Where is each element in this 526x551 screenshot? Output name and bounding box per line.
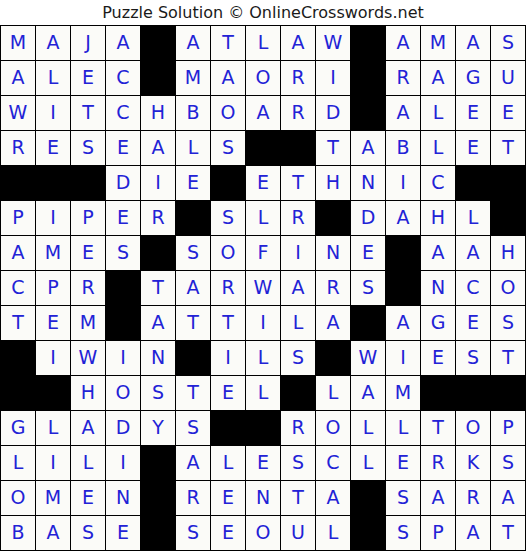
letter-cell-r15c2: A xyxy=(36,516,70,550)
letter-cell-r4c6: L xyxy=(176,131,210,165)
letter-cell-r6c5: R xyxy=(141,201,175,235)
letter-cell-r10c12: I xyxy=(386,341,420,375)
puzzle-solution-page: Puzzle Solution © OnlineCrosswords.net M… xyxy=(0,0,526,551)
letter-cell-r12c15: P xyxy=(491,411,525,445)
letter-cell-r2c1: A xyxy=(1,61,35,95)
letter-cell-r2c7: A xyxy=(211,61,245,95)
letter-cell-r11c4: O xyxy=(106,376,140,410)
letter-cell-r13c8: E xyxy=(246,446,280,480)
letter-cell-r10c8: L xyxy=(246,341,280,375)
letter-cell-r8c8: W xyxy=(246,271,280,305)
block-cell-r12c7 xyxy=(211,411,245,445)
letter-cell-r1c15: S xyxy=(491,26,525,60)
letter-cell-r7c13: A xyxy=(421,236,455,270)
letter-cell-r13c12: E xyxy=(386,446,420,480)
letter-cell-r9c12: A xyxy=(386,306,420,340)
letter-cell-r5c5: I xyxy=(141,166,175,200)
letter-cell-r8c1: C xyxy=(1,271,35,305)
letter-cell-r2c12: R xyxy=(386,61,420,95)
letter-cell-r11c6: T xyxy=(176,376,210,410)
block-cell-r2c5 xyxy=(141,61,175,95)
block-cell-r11c2 xyxy=(36,376,70,410)
letter-cell-r4c14: E xyxy=(456,131,490,165)
letter-cell-r3c7: O xyxy=(211,96,245,130)
letter-cell-r1c14: A xyxy=(456,26,490,60)
letter-cell-r4c11: A xyxy=(351,131,385,165)
letter-cell-r10c9: S xyxy=(281,341,315,375)
letter-cell-r7c4: S xyxy=(106,236,140,270)
letter-cell-r14c8: N xyxy=(246,481,280,515)
letter-cell-r10c7: I xyxy=(211,341,245,375)
block-cell-r5c1 xyxy=(1,166,35,200)
letter-cell-r1c1: M xyxy=(1,26,35,60)
letter-cell-r8c14: C xyxy=(456,271,490,305)
letter-cell-r1c6: A xyxy=(176,26,210,60)
letter-cell-r2c2: L xyxy=(36,61,70,95)
letter-cell-r7c11: E xyxy=(351,236,385,270)
letter-cell-r13c11: L xyxy=(351,446,385,480)
letter-cell-r8c10: R xyxy=(316,271,350,305)
block-cell-r10c6 xyxy=(176,341,210,375)
letter-cell-r8c6: A xyxy=(176,271,210,305)
block-cell-r11c1 xyxy=(1,376,35,410)
letter-cell-r14c12: S xyxy=(386,481,420,515)
letter-cell-r13c3: L xyxy=(71,446,105,480)
letter-cell-r6c8: L xyxy=(246,201,280,235)
block-cell-r4c8 xyxy=(246,131,280,165)
letter-cell-r2c6: M xyxy=(176,61,210,95)
letter-cell-r11c8: L xyxy=(246,376,280,410)
crossword-grid: MAJAATLAWAMASALECMAORIRAGUWITCHBOARDALEE… xyxy=(0,25,526,551)
letter-cell-r7c15: H xyxy=(491,236,525,270)
letter-cell-r3c4: C xyxy=(106,96,140,130)
letter-cell-r10c13: E xyxy=(421,341,455,375)
letter-cell-r15c7: E xyxy=(211,516,245,550)
letter-cell-r9c15: S xyxy=(491,306,525,340)
letter-cell-r8c9: A xyxy=(281,271,315,305)
letter-cell-r5c11: N xyxy=(351,166,385,200)
letter-cell-r11c11: A xyxy=(351,376,385,410)
block-cell-r10c10 xyxy=(316,341,350,375)
block-cell-r11c9 xyxy=(281,376,315,410)
letter-cell-r3c12: A xyxy=(386,96,420,130)
letter-cell-r14c1: O xyxy=(1,481,35,515)
letter-cell-r13c13: R xyxy=(421,446,455,480)
letter-cell-r9c2: E xyxy=(36,306,70,340)
letter-cell-r3c6: B xyxy=(176,96,210,130)
letter-cell-r12c1: G xyxy=(1,411,35,445)
letter-cell-r14c4: N xyxy=(106,481,140,515)
letter-cell-r3c13: L xyxy=(421,96,455,130)
letter-cell-r1c9: A xyxy=(281,26,315,60)
letter-cell-r12c12: L xyxy=(386,411,420,445)
block-cell-r8c4 xyxy=(106,271,140,305)
letter-cell-r6c9: R xyxy=(281,201,315,235)
letter-cell-r3c8: A xyxy=(246,96,280,130)
letter-cell-r3c1: W xyxy=(1,96,35,130)
letter-cell-r15c1: B xyxy=(1,516,35,550)
letter-cell-r4c7: S xyxy=(211,131,245,165)
letter-cell-r15c14: A xyxy=(456,516,490,550)
block-cell-r6c10 xyxy=(316,201,350,235)
letter-cell-r9c8: I xyxy=(246,306,280,340)
block-cell-r15c5 xyxy=(141,516,175,550)
letter-cell-r2c15: U xyxy=(491,61,525,95)
letter-cell-r7c3: E xyxy=(71,236,105,270)
block-cell-r11c13 xyxy=(421,376,455,410)
block-cell-r1c5 xyxy=(141,26,175,60)
letter-cell-r14c7: E xyxy=(211,481,245,515)
block-cell-r14c11 xyxy=(351,481,385,515)
letter-cell-r10c5: N xyxy=(141,341,175,375)
letter-cell-r9c1: T xyxy=(1,306,35,340)
letter-cell-r2c4: C xyxy=(106,61,140,95)
letter-cell-r6c3: P xyxy=(71,201,105,235)
letter-cell-r15c8: O xyxy=(246,516,280,550)
letter-cell-r4c10: T xyxy=(316,131,350,165)
letter-cell-r13c6: A xyxy=(176,446,210,480)
letter-cell-r9c3: M xyxy=(71,306,105,340)
letter-cell-r4c1: R xyxy=(1,131,35,165)
letter-cell-r11c7: E xyxy=(211,376,245,410)
letter-cell-r12c14: O xyxy=(456,411,490,445)
letter-cell-r14c9: T xyxy=(281,481,315,515)
letter-cell-r9c14: E xyxy=(456,306,490,340)
letter-cell-r15c6: S xyxy=(176,516,210,550)
letter-cell-r5c9: T xyxy=(281,166,315,200)
letter-cell-r4c12: B xyxy=(386,131,420,165)
block-cell-r13c5 xyxy=(141,446,175,480)
letter-cell-r7c14: A xyxy=(456,236,490,270)
letter-cell-r3c2: I xyxy=(36,96,70,130)
letter-cell-r3c15: E xyxy=(491,96,525,130)
letter-cell-r12c2: L xyxy=(36,411,70,445)
letter-cell-r12c5: Y xyxy=(141,411,175,445)
letter-cell-r15c13: P xyxy=(421,516,455,550)
block-cell-r6c6 xyxy=(176,201,210,235)
letter-cell-r11c10: L xyxy=(316,376,350,410)
letter-cell-r1c13: M xyxy=(421,26,455,60)
letter-cell-r6c7: S xyxy=(211,201,245,235)
letter-cell-r11c3: H xyxy=(71,376,105,410)
letter-cell-r6c12: A xyxy=(386,201,420,235)
letter-cell-r12c10: O xyxy=(316,411,350,445)
letter-cell-r5c4: D xyxy=(106,166,140,200)
letter-cell-r6c13: H xyxy=(421,201,455,235)
letter-cell-r9c13: G xyxy=(421,306,455,340)
letter-cell-r1c8: L xyxy=(246,26,280,60)
letter-cell-r10c15: T xyxy=(491,341,525,375)
letter-cell-r6c11: D xyxy=(351,201,385,235)
letter-cell-r4c2: E xyxy=(36,131,70,165)
letter-cell-r14c2: M xyxy=(36,481,70,515)
letter-cell-r7c7: O xyxy=(211,236,245,270)
letter-cell-r2c14: G xyxy=(456,61,490,95)
block-cell-r5c2 xyxy=(36,166,70,200)
letter-cell-r13c1: L xyxy=(1,446,35,480)
letter-cell-r2c9: R xyxy=(281,61,315,95)
letter-cell-r12c4: D xyxy=(106,411,140,445)
letter-cell-r4c15: T xyxy=(491,131,525,165)
letter-cell-r5c10: H xyxy=(316,166,350,200)
letter-cell-r10c14: S xyxy=(456,341,490,375)
letter-cell-r6c2: I xyxy=(36,201,70,235)
letter-cell-r4c3: S xyxy=(71,131,105,165)
letter-cell-r13c14: K xyxy=(456,446,490,480)
letter-cell-r1c2: A xyxy=(36,26,70,60)
letter-cell-r3c3: T xyxy=(71,96,105,130)
letter-cell-r8c11: S xyxy=(351,271,385,305)
letter-cell-r2c10: I xyxy=(316,61,350,95)
letter-cell-r6c4: E xyxy=(106,201,140,235)
letter-cell-r14c15: A xyxy=(491,481,525,515)
letter-cell-r9c7: T xyxy=(211,306,245,340)
letter-cell-r5c12: I xyxy=(386,166,420,200)
letter-cell-r9c6: T xyxy=(176,306,210,340)
letter-cell-r14c13: A xyxy=(421,481,455,515)
letter-cell-r15c9: U xyxy=(281,516,315,550)
letter-cell-r15c4: E xyxy=(106,516,140,550)
letter-cell-r4c4: E xyxy=(106,131,140,165)
letter-cell-r13c15: S xyxy=(491,446,525,480)
letter-cell-r1c10: W xyxy=(316,26,350,60)
block-cell-r4c9 xyxy=(281,131,315,165)
letter-cell-r8c15: O xyxy=(491,271,525,305)
letter-cell-r8c2: P xyxy=(36,271,70,305)
letter-cell-r12c11: L xyxy=(351,411,385,445)
letter-cell-r6c1: P xyxy=(1,201,35,235)
letter-cell-r12c6: S xyxy=(176,411,210,445)
letter-cell-r3c9: R xyxy=(281,96,315,130)
block-cell-r7c5 xyxy=(141,236,175,270)
letter-cell-r13c10: C xyxy=(316,446,350,480)
letter-cell-r14c6: R xyxy=(176,481,210,515)
letter-cell-r7c1: A xyxy=(1,236,35,270)
letter-cell-r9c9: L xyxy=(281,306,315,340)
block-cell-r8c12 xyxy=(386,271,420,305)
block-cell-r15c11 xyxy=(351,516,385,550)
letter-cell-r14c3: E xyxy=(71,481,105,515)
letter-cell-r3c5: H xyxy=(141,96,175,130)
letter-cell-r1c7: T xyxy=(211,26,245,60)
letter-cell-r1c4: A xyxy=(106,26,140,60)
letter-cell-r11c12: M xyxy=(386,376,420,410)
block-cell-r11c14 xyxy=(456,376,490,410)
block-cell-r7c12 xyxy=(386,236,420,270)
letter-cell-r7c9: I xyxy=(281,236,315,270)
letter-cell-r7c8: F xyxy=(246,236,280,270)
letter-cell-r12c9: R xyxy=(281,411,315,445)
letter-cell-r2c13: A xyxy=(421,61,455,95)
block-cell-r5c14 xyxy=(456,166,490,200)
letter-cell-r13c4: I xyxy=(106,446,140,480)
block-cell-r10c1 xyxy=(1,341,35,375)
letter-cell-r2c8: O xyxy=(246,61,280,95)
letter-cell-r13c9: S xyxy=(281,446,315,480)
letter-cell-r7c2: M xyxy=(36,236,70,270)
letter-cell-r15c10: L xyxy=(316,516,350,550)
letter-cell-r5c8: E xyxy=(246,166,280,200)
letter-cell-r1c3: J xyxy=(71,26,105,60)
letter-cell-r9c5: A xyxy=(141,306,175,340)
letter-cell-r3c14: E xyxy=(456,96,490,130)
letter-cell-r14c14: R xyxy=(456,481,490,515)
letter-cell-r8c3: R xyxy=(71,271,105,305)
letter-cell-r5c13: C xyxy=(421,166,455,200)
letter-cell-r5c6: E xyxy=(176,166,210,200)
letter-cell-r3c10: D xyxy=(316,96,350,130)
letter-cell-r12c3: A xyxy=(71,411,105,445)
letter-cell-r10c3: W xyxy=(71,341,105,375)
letter-cell-r4c13: L xyxy=(421,131,455,165)
page-title: Puzzle Solution © OnlineCrosswords.net xyxy=(0,0,526,25)
letter-cell-r4c5: A xyxy=(141,131,175,165)
letter-cell-r15c15: T xyxy=(491,516,525,550)
letter-cell-r11c5: S xyxy=(141,376,175,410)
letter-cell-r10c4: I xyxy=(106,341,140,375)
block-cell-r11c15 xyxy=(491,376,525,410)
letter-cell-r9c10: A xyxy=(316,306,350,340)
letter-cell-r10c2: I xyxy=(36,341,70,375)
letter-cell-r1c12: A xyxy=(386,26,420,60)
block-cell-r9c4 xyxy=(106,306,140,340)
block-cell-r5c15 xyxy=(491,166,525,200)
block-cell-r14c5 xyxy=(141,481,175,515)
block-cell-r12c8 xyxy=(246,411,280,445)
letter-cell-r10c11: W xyxy=(351,341,385,375)
letter-cell-r12c13: T xyxy=(421,411,455,445)
letter-cell-r8c13: N xyxy=(421,271,455,305)
letter-cell-r7c6: S xyxy=(176,236,210,270)
letter-cell-r13c2: I xyxy=(36,446,70,480)
block-cell-r6c15 xyxy=(491,201,525,235)
block-cell-r2c11 xyxy=(351,61,385,95)
letter-cell-r8c7: R xyxy=(211,271,245,305)
letter-cell-r7c10: N xyxy=(316,236,350,270)
block-cell-r1c11 xyxy=(351,26,385,60)
letter-cell-r14c10: A xyxy=(316,481,350,515)
letter-cell-r6c14: L xyxy=(456,201,490,235)
block-cell-r3c11 xyxy=(351,96,385,130)
letter-cell-r8c5: T xyxy=(141,271,175,305)
letter-cell-r2c3: E xyxy=(71,61,105,95)
block-cell-r5c7 xyxy=(211,166,245,200)
letter-cell-r13c7: L xyxy=(211,446,245,480)
letter-cell-r15c3: S xyxy=(71,516,105,550)
block-cell-r9c11 xyxy=(351,306,385,340)
letter-cell-r15c12: S xyxy=(386,516,420,550)
block-cell-r5c3 xyxy=(71,166,105,200)
